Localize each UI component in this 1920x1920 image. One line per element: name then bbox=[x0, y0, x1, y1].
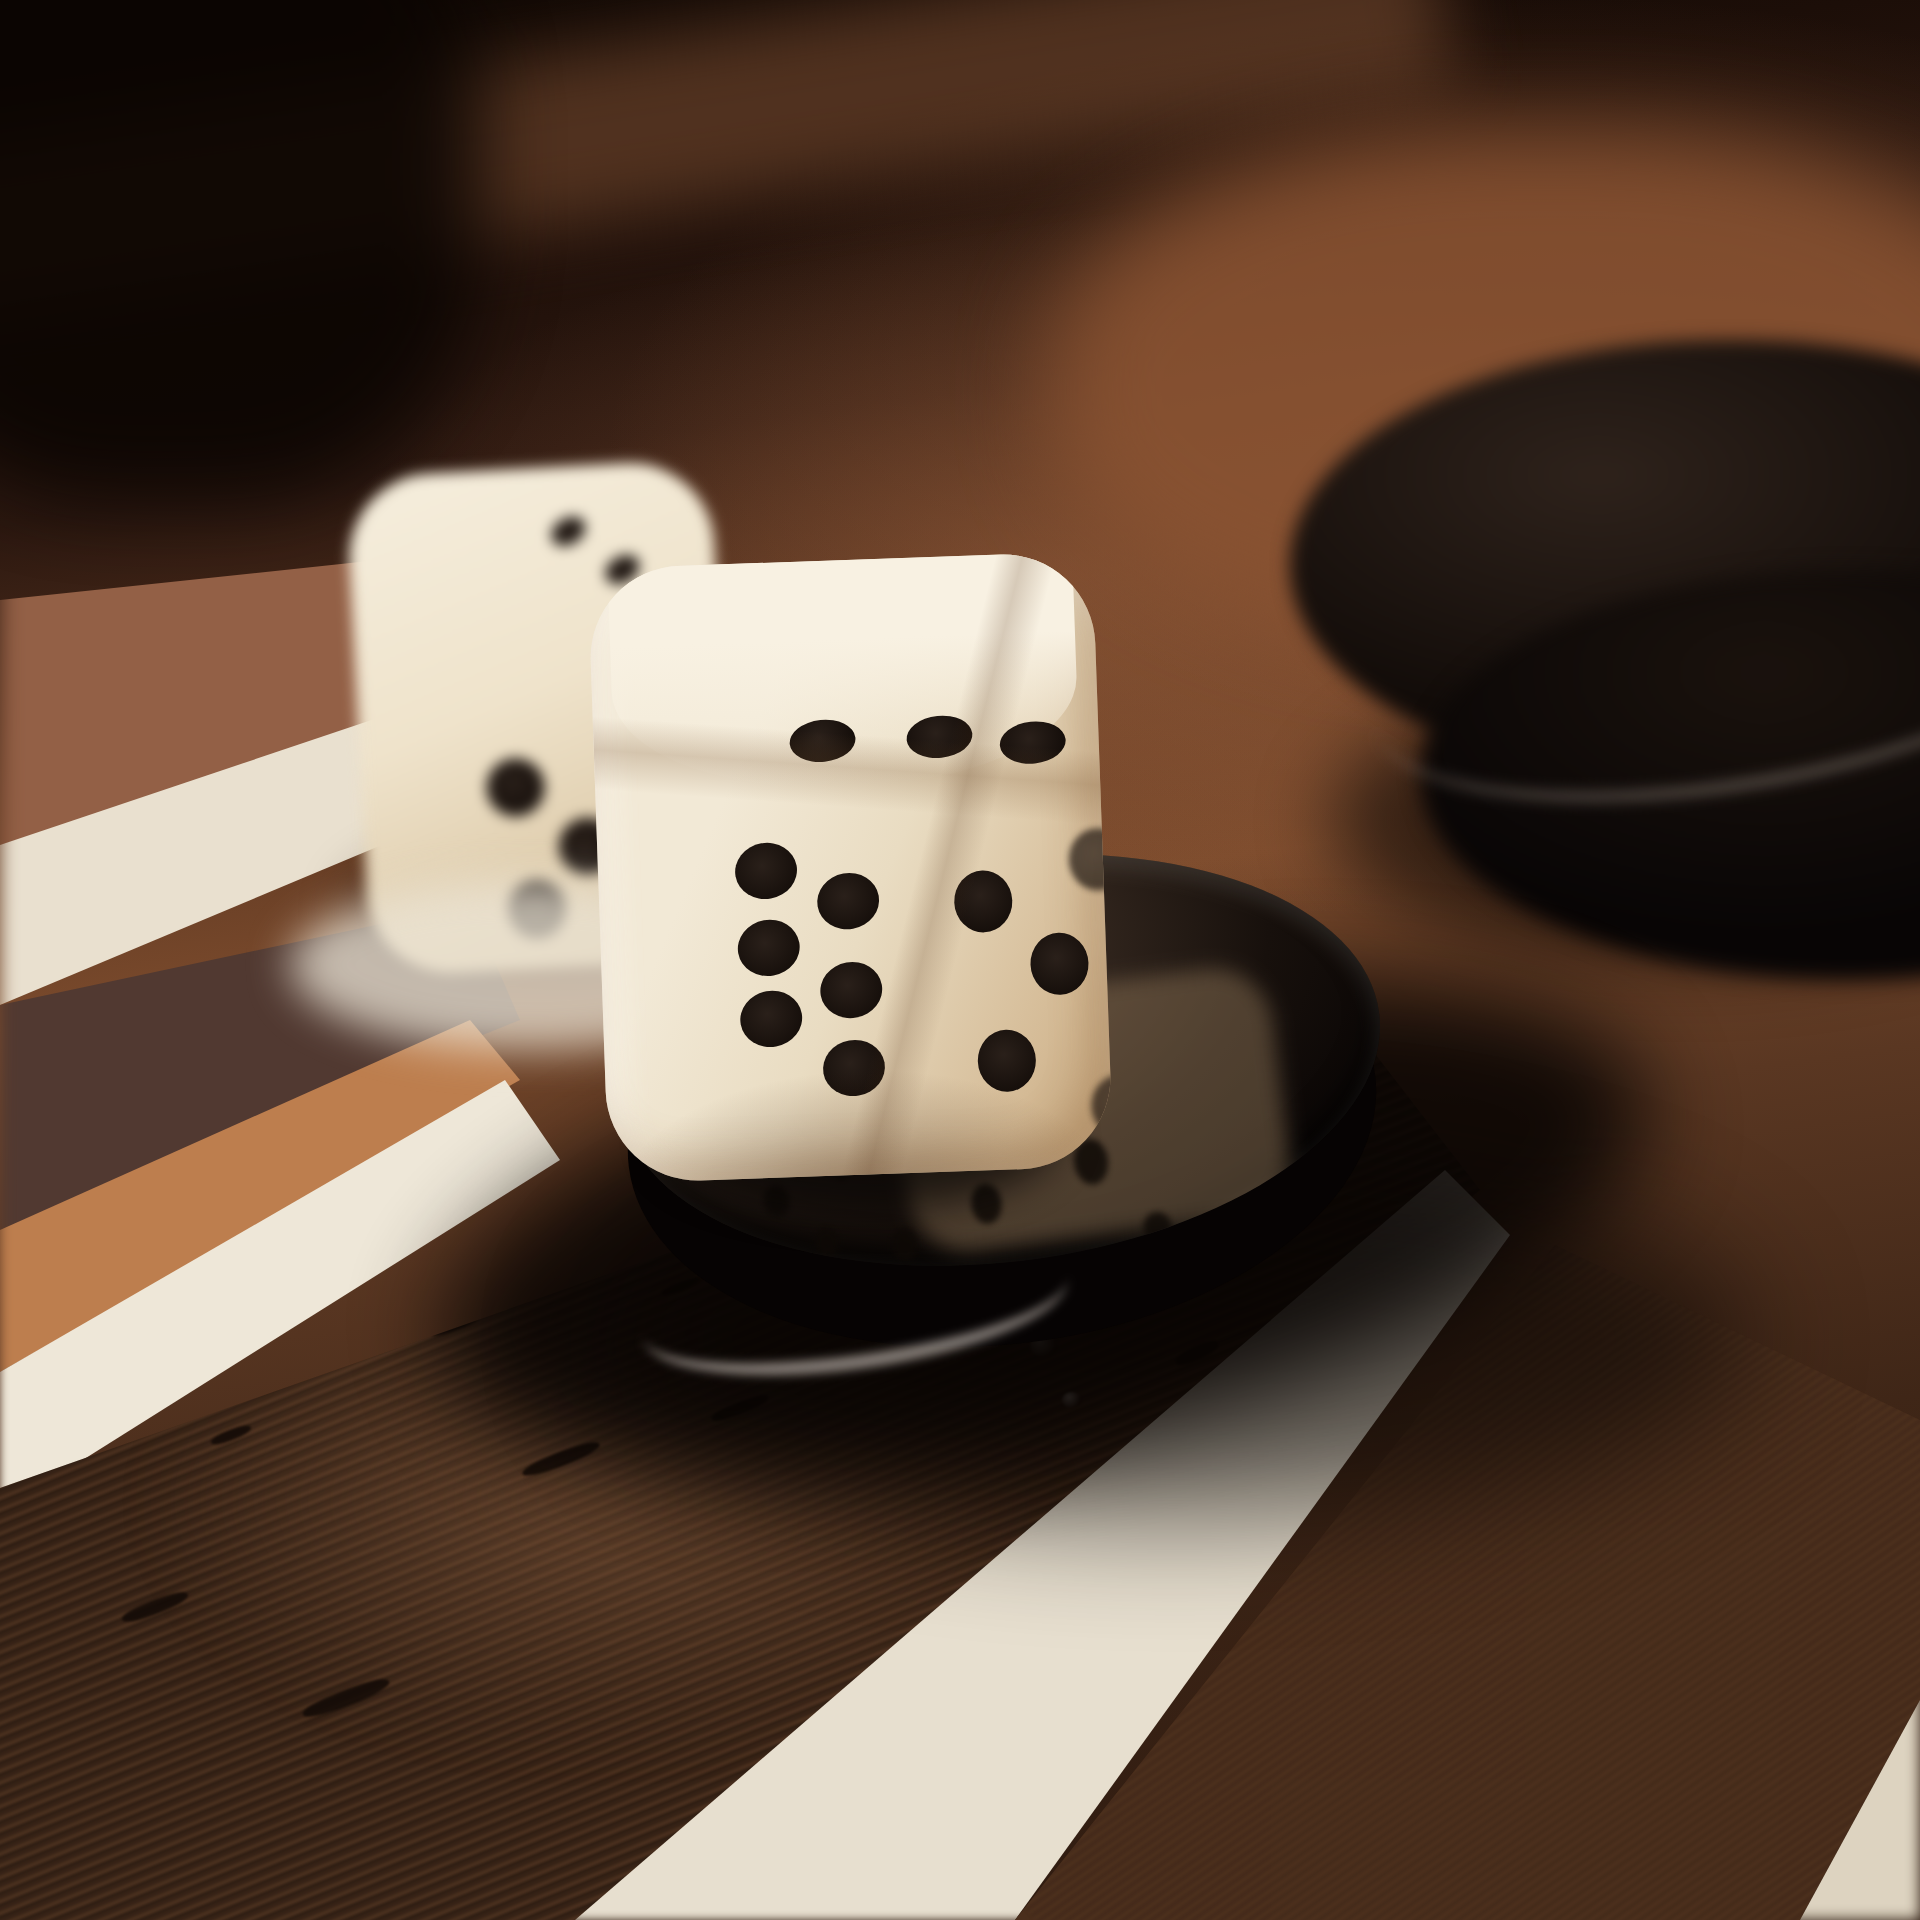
backgammon-photo bbox=[0, 0, 1920, 1920]
vignette-overlay bbox=[0, 0, 1920, 1920]
